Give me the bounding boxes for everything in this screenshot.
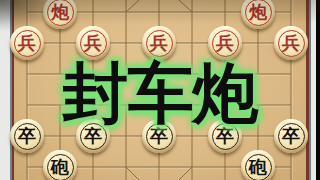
- piece-red-soldier: 兵: [274, 26, 308, 60]
- piece-glyph: 砲: [241, 150, 275, 180]
- piece-red-cannon: 炮: [241, 0, 275, 29]
- title-overlay: 封车炮: [0, 60, 320, 128]
- piece-glyph: 炮: [241, 0, 275, 29]
- piece-red-cannon: 炮: [43, 0, 77, 29]
- piece-glyph: 砲: [43, 150, 77, 180]
- video-thumbnail: 炮炮兵兵兵兵兵卒卒卒卒卒砲砲 封车炮: [0, 0, 320, 180]
- piece-black-cannon: 砲: [43, 150, 77, 180]
- piece-glyph: 兵: [274, 26, 308, 60]
- piece-glyph: 兵: [10, 26, 44, 60]
- piece-red-soldier: 兵: [10, 26, 44, 60]
- piece-glyph: 炮: [43, 0, 77, 29]
- piece-black-cannon: 砲: [241, 150, 275, 180]
